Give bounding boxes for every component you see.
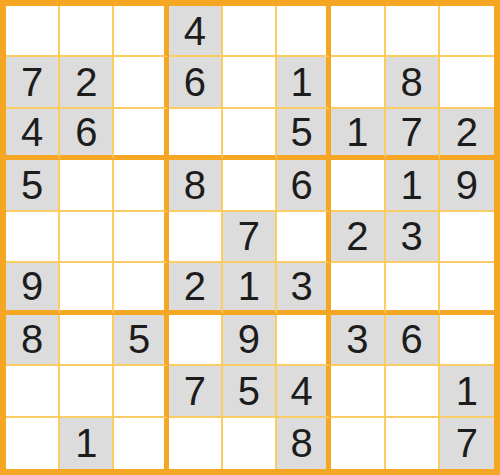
cell-r7c7-given: 3 bbox=[331, 315, 385, 366]
cell-r9c4-empty[interactable] bbox=[169, 418, 223, 469]
cell-r5c9-empty[interactable] bbox=[440, 212, 494, 263]
cell-r9c8-empty[interactable] bbox=[386, 418, 440, 469]
cell-r5c7-given: 2 bbox=[331, 212, 385, 263]
cell-r8c7-empty[interactable] bbox=[331, 366, 385, 417]
cell-r7c9-empty[interactable] bbox=[440, 315, 494, 366]
cell-r6c9-empty[interactable] bbox=[440, 263, 494, 314]
cell-r9c6-given: 8 bbox=[277, 418, 331, 469]
cell-r2c4-given: 6 bbox=[169, 57, 223, 108]
cell-r3c4-empty[interactable] bbox=[169, 109, 223, 160]
cell-r6c8-empty[interactable] bbox=[386, 263, 440, 314]
cell-r3c1-given: 4 bbox=[6, 109, 60, 160]
cell-r4c1-given: 5 bbox=[6, 160, 60, 211]
cell-r3c3-empty[interactable] bbox=[114, 109, 168, 160]
cell-r4c2-empty[interactable] bbox=[60, 160, 114, 211]
cell-r6c2-empty[interactable] bbox=[60, 263, 114, 314]
cell-r8c5-given: 5 bbox=[223, 366, 277, 417]
cell-r1c5-empty[interactable] bbox=[223, 6, 277, 57]
cell-r6c4-given: 2 bbox=[169, 263, 223, 314]
cell-r3c5-empty[interactable] bbox=[223, 109, 277, 160]
cell-r3c9-given: 2 bbox=[440, 109, 494, 160]
cell-r8c9-given: 1 bbox=[440, 366, 494, 417]
cell-r9c5-empty[interactable] bbox=[223, 418, 277, 469]
cell-r5c3-empty[interactable] bbox=[114, 212, 168, 263]
cell-r1c4-given: 4 bbox=[169, 6, 223, 57]
cell-r9c9-given: 7 bbox=[440, 418, 494, 469]
cell-r2c1-given: 7 bbox=[6, 57, 60, 108]
cell-r5c6-empty[interactable] bbox=[277, 212, 331, 263]
cell-r7c3-given: 5 bbox=[114, 315, 168, 366]
cell-r4c4-given: 8 bbox=[169, 160, 223, 211]
cell-r8c3-empty[interactable] bbox=[114, 366, 168, 417]
cell-r8c6-given: 4 bbox=[277, 366, 331, 417]
cell-r1c1-empty[interactable] bbox=[6, 6, 60, 57]
cell-r7c1-given: 8 bbox=[6, 315, 60, 366]
cell-r6c5-given: 1 bbox=[223, 263, 277, 314]
cell-r1c2-empty[interactable] bbox=[60, 6, 114, 57]
cell-r6c3-empty[interactable] bbox=[114, 263, 168, 314]
sudoku-board: 472618465172586197239213859367541187 bbox=[0, 0, 500, 475]
cell-r9c7-empty[interactable] bbox=[331, 418, 385, 469]
cell-r4c7-empty[interactable] bbox=[331, 160, 385, 211]
cell-r3c7-given: 1 bbox=[331, 109, 385, 160]
cell-r1c3-empty[interactable] bbox=[114, 6, 168, 57]
cell-r8c1-empty[interactable] bbox=[6, 366, 60, 417]
cell-r6c7-empty[interactable] bbox=[331, 263, 385, 314]
cell-r3c2-given: 6 bbox=[60, 109, 114, 160]
cell-r2c2-given: 2 bbox=[60, 57, 114, 108]
cell-r8c8-empty[interactable] bbox=[386, 366, 440, 417]
cell-r4c3-empty[interactable] bbox=[114, 160, 168, 211]
cell-r2c3-empty[interactable] bbox=[114, 57, 168, 108]
cell-r5c4-empty[interactable] bbox=[169, 212, 223, 263]
cell-r2c9-empty[interactable] bbox=[440, 57, 494, 108]
cell-r2c8-given: 8 bbox=[386, 57, 440, 108]
cell-r6c1-given: 9 bbox=[6, 263, 60, 314]
cell-r7c6-empty[interactable] bbox=[277, 315, 331, 366]
cell-r3c6-given: 5 bbox=[277, 109, 331, 160]
cell-r5c2-empty[interactable] bbox=[60, 212, 114, 263]
cell-r9c2-given: 1 bbox=[60, 418, 114, 469]
cell-r1c8-empty[interactable] bbox=[386, 6, 440, 57]
cell-r7c8-given: 6 bbox=[386, 315, 440, 366]
cell-r7c4-empty[interactable] bbox=[169, 315, 223, 366]
cell-r2c5-empty[interactable] bbox=[223, 57, 277, 108]
cell-r7c2-empty[interactable] bbox=[60, 315, 114, 366]
cell-r8c2-empty[interactable] bbox=[60, 366, 114, 417]
cell-r9c3-empty[interactable] bbox=[114, 418, 168, 469]
cell-r5c8-given: 3 bbox=[386, 212, 440, 263]
cell-r9c1-empty[interactable] bbox=[6, 418, 60, 469]
cell-r2c7-empty[interactable] bbox=[331, 57, 385, 108]
cell-r4c8-given: 1 bbox=[386, 160, 440, 211]
cell-r4c5-empty[interactable] bbox=[223, 160, 277, 211]
cell-r5c5-given: 7 bbox=[223, 212, 277, 263]
cell-r1c7-empty[interactable] bbox=[331, 6, 385, 57]
cell-r4c9-given: 9 bbox=[440, 160, 494, 211]
cell-r3c8-given: 7 bbox=[386, 109, 440, 160]
cell-r8c4-given: 7 bbox=[169, 366, 223, 417]
cell-r4c6-given: 6 bbox=[277, 160, 331, 211]
cell-r7c5-given: 9 bbox=[223, 315, 277, 366]
cell-r6c6-given: 3 bbox=[277, 263, 331, 314]
cell-r1c6-empty[interactable] bbox=[277, 6, 331, 57]
cell-r5c1-empty[interactable] bbox=[6, 212, 60, 263]
cell-r1c9-empty[interactable] bbox=[440, 6, 494, 57]
cell-r2c6-given: 1 bbox=[277, 57, 331, 108]
